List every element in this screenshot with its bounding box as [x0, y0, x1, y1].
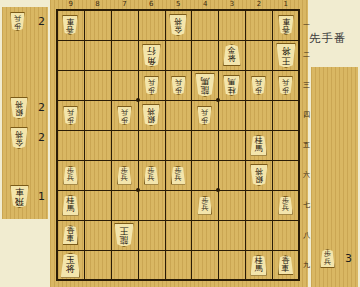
hand-count: 1	[38, 190, 45, 203]
hand-count: 2	[38, 101, 45, 114]
rank-label: 九	[303, 262, 310, 269]
file-label: 7	[122, 1, 126, 8]
grid-line-vertical	[272, 10, 273, 280]
hand-count: 2	[38, 15, 45, 28]
file-label: 8	[95, 1, 99, 8]
file-label: 4	[203, 1, 207, 8]
turn-indicator: 先手番	[309, 31, 359, 46]
grid-line-vertical	[191, 10, 192, 280]
rank-label: 八	[303, 232, 310, 239]
shogi-piece-hand-gote-2[interactable]: 金将	[10, 127, 28, 149]
hand-count: 2	[38, 131, 45, 144]
rank-label: 七	[303, 202, 310, 209]
file-label: 6	[149, 1, 153, 8]
grid-line-horizontal	[57, 250, 299, 251]
rank-label: 三	[303, 82, 310, 89]
grid-line-vertical	[138, 10, 139, 280]
grid-line-horizontal	[57, 220, 299, 221]
file-label: 2	[257, 1, 261, 8]
grid-line-vertical	[218, 10, 219, 280]
file-label: 9	[68, 1, 72, 8]
file-label: 5	[176, 1, 180, 8]
rank-label: 六	[303, 172, 310, 179]
grid-line-vertical	[111, 10, 112, 280]
rank-label: 五	[303, 142, 310, 149]
rank-label: 一	[303, 22, 310, 29]
grid-line-vertical	[165, 10, 166, 280]
grid-line-vertical	[84, 10, 85, 280]
shogi-piece-hand-gote-1[interactable]: 銀将	[10, 97, 28, 119]
rank-label: 四	[303, 112, 310, 119]
shogi-board[interactable]: 987654321一二三四五六七八九香車金将香車角行金将王将歩兵歩兵龍馬桂馬歩兵…	[50, 0, 308, 287]
grid-line-horizontal	[57, 100, 299, 101]
hand-count: 3	[345, 252, 352, 265]
grid-line-vertical	[245, 10, 246, 280]
sente-captured-tray: 歩兵3	[311, 67, 358, 287]
grid-line-horizontal	[57, 40, 299, 41]
grid-line-horizontal	[57, 160, 299, 161]
file-label: 3	[230, 1, 234, 8]
grid-line-horizontal	[57, 130, 299, 131]
grid-line-horizontal	[57, 70, 299, 71]
rank-label: 二	[303, 52, 310, 59]
shogi-piece-hand-gote-0[interactable]: 歩兵	[10, 12, 25, 31]
star-point	[136, 98, 140, 102]
file-label: 1	[284, 1, 288, 8]
grid-line-horizontal	[57, 190, 299, 191]
shogi-piece-hand-gote-3[interactable]: 飛車	[10, 185, 29, 208]
shogi-piece-hand-sente-0[interactable]: 歩兵	[320, 249, 335, 268]
star-point	[136, 188, 140, 192]
shogi-diagram: 歩兵2銀将2金将2飛車1 987654321一二三四五六七八九香車金将香車角行金…	[0, 0, 360, 287]
gote-captured-tray: 歩兵2銀将2金将2飛車1	[2, 7, 48, 219]
